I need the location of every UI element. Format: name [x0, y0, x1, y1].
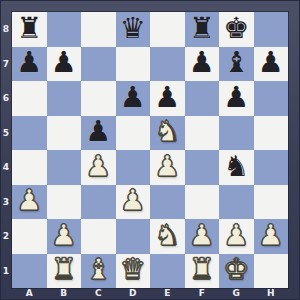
file-label-a: A [12, 288, 47, 300]
square-e5[interactable]: ♞ [150, 116, 185, 151]
square-g1[interactable]: ♚ [219, 254, 254, 289]
square-c8[interactable] [81, 12, 116, 47]
square-h7[interactable]: ♟ [254, 47, 289, 82]
white-king-icon: ♚ [223, 255, 249, 284]
white-knight-icon: ♞ [154, 221, 180, 250]
square-f3[interactable] [185, 185, 220, 220]
square-f8[interactable]: ♜ [185, 12, 220, 47]
square-e7[interactable] [150, 47, 185, 82]
square-h8[interactable] [254, 12, 289, 47]
white-knight-icon: ♞ [154, 117, 180, 146]
white-pawn-icon: ♟ [120, 186, 146, 215]
square-a4[interactable] [12, 150, 47, 185]
white-pawn-icon: ♟ [189, 221, 215, 250]
square-a1[interactable] [12, 254, 47, 289]
square-g8[interactable]: ♚ [219, 12, 254, 47]
square-g5[interactable] [219, 116, 254, 151]
square-b4[interactable] [47, 150, 82, 185]
square-b6[interactable] [47, 81, 82, 116]
black-pawn-icon: ♟ [120, 83, 146, 112]
square-f7[interactable]: ♟ [185, 47, 220, 82]
square-g6[interactable]: ♟ [219, 81, 254, 116]
square-g3[interactable] [219, 185, 254, 220]
square-f1[interactable]: ♜ [185, 254, 220, 289]
file-label-f: F [185, 288, 220, 300]
square-a3[interactable]: ♟ [12, 185, 47, 220]
square-e6[interactable]: ♟ [150, 81, 185, 116]
square-a6[interactable] [12, 81, 47, 116]
rank-label-6: 6 [0, 81, 12, 116]
square-c5[interactable]: ♟ [81, 116, 116, 151]
square-d8[interactable]: ♛ [116, 12, 151, 47]
square-d6[interactable]: ♟ [116, 81, 151, 116]
square-h5[interactable] [254, 116, 289, 151]
square-c2[interactable] [81, 219, 116, 254]
square-f6[interactable] [185, 81, 220, 116]
square-h4[interactable] [254, 150, 289, 185]
rank-label-3: 3 [0, 185, 12, 220]
white-rook-icon: ♜ [51, 255, 77, 284]
square-g2[interactable]: ♟ [219, 219, 254, 254]
white-queen-icon: ♛ [120, 255, 146, 284]
square-d1[interactable]: ♛ [116, 254, 151, 289]
white-pawn-icon: ♟ [51, 221, 77, 250]
square-b7[interactable]: ♟ [47, 47, 82, 82]
square-e8[interactable] [150, 12, 185, 47]
black-rook-icon: ♜ [16, 14, 42, 43]
rank-label-1: 1 [0, 254, 12, 289]
white-pawn-icon: ♟ [16, 186, 42, 215]
square-d4[interactable] [116, 150, 151, 185]
white-bishop-icon: ♝ [85, 255, 111, 284]
square-b5[interactable] [47, 116, 82, 151]
square-c4[interactable]: ♟ [81, 150, 116, 185]
rank-label-5: 5 [0, 116, 12, 151]
square-e3[interactable] [150, 185, 185, 220]
file-label-c: C [81, 288, 116, 300]
black-pawn-icon: ♟ [154, 83, 180, 112]
black-pawn-icon: ♟ [223, 83, 249, 112]
square-d7[interactable] [116, 47, 151, 82]
file-label-d: D [116, 288, 151, 300]
black-pawn-icon: ♟ [189, 48, 215, 77]
square-a7[interactable]: ♟ [12, 47, 47, 82]
square-g7[interactable]: ♝ [219, 47, 254, 82]
black-pawn-icon: ♟ [16, 48, 42, 77]
square-e1[interactable] [150, 254, 185, 289]
chess-diagram-frame: 87654321 ♜♛♜♚♟♟♟♝♟♟♟♟♟♞♟♟♞♟♟♟♞♟♟♟♜♝♛♜♚ A… [0, 0, 300, 300]
white-pawn-icon: ♟ [258, 221, 284, 250]
rank-label-8: 8 [0, 12, 12, 47]
square-a8[interactable]: ♜ [12, 12, 47, 47]
square-d3[interactable]: ♟ [116, 185, 151, 220]
file-labels: ABCDEFGH [12, 288, 288, 300]
square-b8[interactable] [47, 12, 82, 47]
rank-label-7: 7 [0, 47, 12, 82]
square-h6[interactable] [254, 81, 289, 116]
square-f4[interactable] [185, 150, 220, 185]
black-king-icon: ♚ [223, 14, 249, 43]
square-f5[interactable] [185, 116, 220, 151]
square-e2[interactable]: ♞ [150, 219, 185, 254]
rank-labels: 87654321 [0, 12, 12, 288]
square-a2[interactable] [12, 219, 47, 254]
black-queen-icon: ♛ [120, 14, 146, 43]
white-pawn-icon: ♟ [223, 221, 249, 250]
black-pawn-icon: ♟ [85, 117, 111, 146]
square-b3[interactable] [47, 185, 82, 220]
file-label-h: H [254, 288, 289, 300]
square-h1[interactable] [254, 254, 289, 289]
square-h3[interactable] [254, 185, 289, 220]
black-knight-icon: ♞ [223, 152, 249, 181]
black-rook-icon: ♜ [189, 14, 215, 43]
square-b2[interactable]: ♟ [47, 219, 82, 254]
square-c3[interactable] [81, 185, 116, 220]
rank-label-4: 4 [0, 150, 12, 185]
square-c1[interactable]: ♝ [81, 254, 116, 289]
file-label-b: B [47, 288, 82, 300]
square-d2[interactable] [116, 219, 151, 254]
white-pawn-icon: ♟ [85, 152, 111, 181]
square-b1[interactable]: ♜ [47, 254, 82, 289]
file-label-e: E [150, 288, 185, 300]
square-c6[interactable] [81, 81, 116, 116]
square-c7[interactable] [81, 47, 116, 82]
black-bishop-icon: ♝ [223, 48, 249, 77]
chess-board: ♜♛♜♚♟♟♟♝♟♟♟♟♟♞♟♟♞♟♟♟♞♟♟♟♜♝♛♜♚ [12, 12, 288, 288]
square-f2[interactable]: ♟ [185, 219, 220, 254]
black-pawn-icon: ♟ [51, 48, 77, 77]
square-d5[interactable] [116, 116, 151, 151]
square-h2[interactable]: ♟ [254, 219, 289, 254]
square-g4[interactable]: ♞ [219, 150, 254, 185]
black-pawn-icon: ♟ [258, 48, 284, 77]
rank-label-2: 2 [0, 219, 12, 254]
square-e4[interactable]: ♟ [150, 150, 185, 185]
square-a5[interactable] [12, 116, 47, 151]
white-pawn-icon: ♟ [154, 152, 180, 181]
white-rook-icon: ♜ [189, 255, 215, 284]
file-label-g: G [219, 288, 254, 300]
